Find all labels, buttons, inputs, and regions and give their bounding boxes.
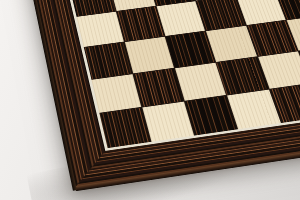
square-a3: [84, 42, 133, 79]
square-a2: [91, 74, 141, 113]
square-a1: [99, 108, 150, 149]
photo-background: [0, 0, 300, 200]
square-a4: [77, 11, 124, 46]
chess-board: [13, 0, 300, 186]
